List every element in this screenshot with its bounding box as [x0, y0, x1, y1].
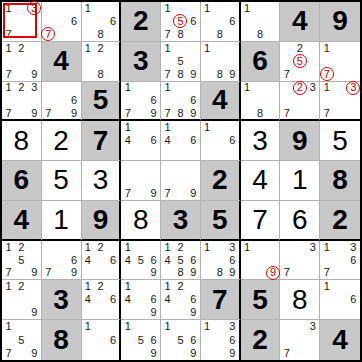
pencil-marks: 17 — [320, 42, 360, 81]
given-digit: 2 — [241, 320, 280, 360]
pencil-mark: 6 — [187, 15, 200, 28]
cell-r5c7[interactable]: 4 — [241, 161, 281, 201]
given-digit: 6 — [241, 42, 280, 81]
solved-digit: 8 — [121, 201, 160, 239]
solved-digit: 8 — [2, 121, 41, 160]
pencil-mark: 5 — [15, 254, 28, 267]
pencil-mark-circled: 9 — [267, 267, 280, 280]
solved-digit: 1 — [280, 161, 319, 200]
cell-r9c1[interactable]: 1579 — [2, 320, 42, 360]
pencil-mark: 5 — [174, 333, 187, 346]
pencil-mark-circled: 7 — [42, 28, 55, 41]
pencil-marks: 137 — [2, 2, 41, 41]
pencil-mark: 7 — [121, 107, 134, 120]
pencil-mark: 1 — [241, 241, 254, 254]
cell-r8c5[interactable]: 12469 — [161, 280, 201, 320]
pencil-mark: 5 — [15, 333, 28, 346]
pencil-mark: 7 — [320, 267, 333, 280]
pencil-mark: 8 — [94, 68, 107, 81]
solved-digit: 8 — [280, 280, 319, 319]
pencil-mark: 4 — [161, 134, 174, 147]
cell-r1c2[interactable]: 67 — [42, 2, 82, 42]
pencil-mark: 6 — [226, 134, 239, 147]
pencil-marks: 67 — [42, 2, 81, 41]
pencil-mark: 6 — [147, 134, 160, 147]
pencil-marks: 1679 — [121, 82, 160, 120]
cell-r3c5[interactable]: 16789 — [161, 82, 201, 122]
pencil-mark: 5 — [174, 254, 187, 267]
given-digit: 4 — [280, 2, 319, 41]
pencil-mark: 6 — [147, 293, 160, 306]
pencil-mark: 9 — [28, 347, 41, 360]
pencil-mark: 3 — [28, 82, 41, 95]
cell-r7c5[interactable]: 1245689 — [161, 241, 201, 281]
pencil-marks: 129 — [2, 280, 41, 319]
cell-r9c9[interactable]: 4 — [320, 320, 360, 360]
pencil-mark: 6 — [187, 134, 200, 147]
pencil-mark: 1 — [320, 82, 333, 95]
given-digit: 7 — [82, 121, 120, 160]
pencil-mark: 6 — [68, 94, 81, 107]
pencil-mark: 2 — [174, 241, 187, 254]
pencil-marks: 13689 — [201, 241, 239, 280]
pencil-mark: 5 — [174, 55, 187, 68]
cell-r8c8[interactable]: 8 — [280, 280, 320, 320]
pencil-mark: 1 — [161, 241, 174, 254]
pencil-mark: 1 — [2, 2, 15, 15]
pencil-mark: 2 — [94, 241, 107, 254]
given-digit: 4 — [42, 42, 81, 81]
pencil-mark: 8 — [213, 28, 226, 41]
pencil-marks: 1469 — [121, 280, 160, 319]
pencil-mark: 9 — [187, 267, 200, 280]
pencil-marks: 679 — [42, 241, 81, 280]
given-digit: 3 — [121, 42, 160, 81]
given-digit: 4 — [320, 320, 360, 360]
cell-r1c7[interactable]: 18 — [241, 2, 281, 42]
cell-r9c7[interactable]: 2 — [241, 320, 281, 360]
cell-r4c8[interactable]: 9 — [280, 121, 320, 161]
pencil-mark: 1 — [201, 241, 214, 254]
pencil-mark: 6 — [187, 254, 200, 267]
given-digit: 2 — [121, 2, 160, 41]
pencil-mark: 6 — [226, 15, 239, 28]
pencil-marks: 1569 — [161, 320, 200, 360]
pencil-marks: 1279 — [2, 42, 41, 81]
pencil-mark: 1 — [320, 42, 333, 55]
cell-r4c9[interactable]: 5 — [320, 121, 360, 161]
pencil-marks: 15789 — [161, 42, 200, 81]
pencil-mark: 1 — [320, 241, 333, 254]
cell-r3c3[interactable]: 5 — [82, 82, 122, 122]
cell-r1c9[interactable]: 9 — [320, 2, 360, 42]
pencil-mark: 8 — [174, 28, 187, 41]
pencil-marks: 237 — [280, 82, 319, 120]
pencil-mark: 6 — [347, 254, 360, 267]
cell-r2c8[interactable]: 257 — [280, 42, 320, 82]
pencil-mark: 7 — [280, 107, 293, 120]
pencil-mark: 1 — [82, 42, 95, 55]
given-digit: 5 — [241, 280, 280, 319]
cell-r9c5[interactable]: 1569 — [161, 320, 201, 360]
pencil-mark: 4 — [82, 254, 95, 267]
pencil-marks: 146 — [161, 121, 200, 160]
pencil-mark: 5 — [134, 254, 147, 267]
cell-r5c1[interactable]: 6 — [2, 161, 42, 201]
cell-r1c4[interactable]: 2 — [121, 2, 161, 42]
given-digit: 6 — [2, 161, 41, 200]
cell-r6c7[interactable]: 7 — [241, 201, 281, 241]
pencil-mark: 4 — [161, 293, 174, 306]
pencil-mark: 1 — [161, 82, 174, 95]
pencil-marks: 189 — [201, 42, 239, 81]
pencil-mark: 1 — [161, 42, 174, 55]
pencil-mark: 9 — [226, 267, 239, 280]
cell-r1c6[interactable]: 168 — [201, 2, 241, 42]
pencil-mark-circled: 7 — [320, 68, 333, 81]
pencil-mark: 6 — [226, 333, 239, 346]
cell-r6c9[interactable]: 2 — [320, 201, 360, 241]
pencil-mark: 6 — [107, 15, 120, 28]
pencil-mark: 2 — [15, 42, 28, 55]
cell-r5c6[interactable]: 2 — [201, 161, 241, 201]
cell-r3c8[interactable]: 237 — [280, 82, 320, 122]
pencil-mark: 3 — [347, 241, 360, 254]
pencil-mark: 9 — [187, 187, 200, 200]
pencil-mark: 2 — [15, 82, 28, 95]
pencil-marks: 168 — [201, 2, 239, 41]
pencil-mark: 4 — [161, 254, 174, 267]
pencil-mark: 1 — [82, 320, 95, 333]
cell-r3c2[interactable]: 679 — [42, 82, 82, 122]
cell-r1c5[interactable]: 15678 — [161, 2, 201, 42]
pencil-marks: 137 — [320, 82, 360, 120]
pencil-mark: 6 — [187, 293, 200, 306]
given-digit: 9 — [82, 201, 120, 239]
cell-r8c9[interactable]: 16 — [320, 280, 360, 320]
pencil-mark: 1 — [201, 2, 214, 15]
pencil-mark: 1 — [82, 2, 95, 15]
pencil-mark: 1 — [201, 320, 214, 333]
cell-r7c9[interactable]: 1367 — [320, 241, 360, 281]
cell-r7c7[interactable]: 19 — [241, 241, 281, 281]
cell-r9c4[interactable]: 1569 — [121, 320, 161, 360]
pencil-mark: 6 — [187, 333, 200, 346]
cell-r7c8[interactable]: 37 — [280, 241, 320, 281]
pencil-mark: 8 — [94, 28, 107, 41]
cell-r7c3[interactable]: 1246 — [82, 241, 122, 281]
pencil-mark: 7 — [161, 28, 174, 41]
pencil-mark: 6 — [107, 254, 120, 267]
pencil-mark: 7 — [320, 107, 333, 120]
pencil-marks: 15678 — [161, 2, 200, 41]
pencil-mark: 2 — [15, 280, 28, 293]
pencil-mark: 8 — [174, 107, 187, 120]
cell-r7c6[interactable]: 13689 — [201, 241, 241, 281]
cell-r8c1[interactable]: 129 — [2, 280, 42, 320]
pencil-marks: 12379 — [2, 82, 41, 120]
cell-r2c4[interactable]: 3 — [121, 42, 161, 82]
given-digit: 3 — [161, 201, 200, 239]
pencil-mark: 6 — [68, 254, 81, 267]
pencil-mark: 7 — [42, 107, 55, 120]
cell-r4c2[interactable]: 2 — [42, 121, 82, 161]
cell-r8c2[interactable]: 3 — [42, 280, 82, 320]
cell-r9c2[interactable]: 8 — [42, 320, 82, 360]
pencil-mark: 4 — [82, 293, 95, 306]
cell-r6c5[interactable]: 3 — [161, 201, 201, 241]
cell-r7c1[interactable]: 12579 — [2, 241, 42, 281]
given-digit: 5 — [82, 82, 120, 120]
cell-r2c5[interactable]: 15789 — [161, 42, 201, 82]
pencil-mark: 7 — [161, 68, 174, 81]
cell-r3c9[interactable]: 137 — [320, 82, 360, 122]
cell-r9c6[interactable]: 1369 — [201, 320, 241, 360]
cell-r4c4[interactable]: 146 — [121, 121, 161, 161]
pencil-marks: 37 — [280, 241, 319, 280]
cell-r5c2[interactable]: 5 — [42, 161, 82, 201]
pencil-mark: 9 — [68, 267, 81, 280]
cell-r7c2[interactable]: 679 — [42, 241, 82, 281]
pencil-marks: 16 — [82, 320, 120, 360]
pencil-marks: 79 — [121, 161, 160, 200]
cell-r3c1[interactable]: 12379 — [2, 82, 42, 122]
pencil-mark: 7 — [280, 68, 293, 81]
pencil-mark: 6 — [187, 94, 200, 107]
cell-r4c3[interactable]: 7 — [82, 121, 122, 161]
solved-digit: 2 — [42, 121, 81, 160]
pencil-mark: 7 — [161, 187, 174, 200]
pencil-mark: 1 — [121, 121, 134, 134]
cell-r4c7[interactable]: 3 — [241, 121, 281, 161]
given-digit: 4 — [201, 82, 239, 120]
pencil-mark: 9 — [28, 267, 41, 280]
pencil-marks: 79 — [161, 161, 200, 200]
pencil-mark: 1 — [201, 121, 214, 134]
cell-r8c6[interactable]: 7 — [201, 280, 241, 320]
pencil-mark: 1 — [241, 2, 254, 15]
pencil-mark: 8 — [174, 68, 187, 81]
pencil-mark: 9 — [187, 347, 200, 360]
cell-r8c4[interactable]: 1469 — [121, 280, 161, 320]
pencil-mark: 8 — [174, 267, 187, 280]
pencil-marks: 1369 — [201, 320, 239, 360]
pencil-mark: 6 — [347, 293, 360, 306]
pencil-mark: 1 — [201, 42, 214, 55]
cell-r8c3[interactable]: 1246 — [82, 280, 122, 320]
pencil-mark: 1 — [161, 121, 174, 134]
pencil-mark: 1 — [2, 280, 15, 293]
cell-r6c6[interactable]: 5 — [201, 201, 241, 241]
cell-r6c2[interactable]: 1 — [42, 201, 82, 241]
pencil-mark: 7 — [280, 347, 293, 360]
pencil-mark: 1 — [121, 82, 134, 95]
pencil-mark: 9 — [187, 306, 200, 319]
pencil-mark: 2 — [94, 42, 107, 55]
pencil-mark: 8 — [254, 28, 267, 41]
given-digit: 2 — [201, 161, 239, 200]
pencil-mark: 8 — [254, 107, 267, 120]
pencil-mark: 7 — [2, 68, 15, 81]
pencil-marks: 679 — [42, 82, 81, 120]
cell-r9c8[interactable]: 37 — [280, 320, 320, 360]
cell-r1c3[interactable]: 168 — [82, 2, 122, 42]
pencil-marks: 12579 — [2, 241, 41, 280]
cell-r3c7[interactable]: 18 — [241, 82, 281, 122]
pencil-mark: 2 — [15, 241, 28, 254]
pencil-marks: 1367 — [320, 241, 360, 280]
given-digit: 7 — [201, 280, 239, 319]
cell-r2c6[interactable]: 189 — [201, 42, 241, 82]
pencil-mark: 9 — [147, 306, 160, 319]
pencil-mark: 9 — [147, 347, 160, 360]
pencil-mark-circled: 5 — [293, 55, 306, 68]
cell-r5c4[interactable]: 79 — [121, 161, 161, 201]
pencil-mark: 7 — [2, 28, 15, 41]
pencil-mark: 1 — [121, 241, 134, 254]
cell-r2c1[interactable]: 1279 — [2, 42, 42, 82]
pencil-marks: 19 — [241, 241, 280, 280]
pencil-mark: 6 — [107, 333, 120, 346]
given-digit: 8 — [42, 320, 81, 360]
solved-digit: 6 — [280, 201, 319, 239]
cell-r2c9[interactable]: 17 — [320, 42, 360, 82]
pencil-mark-circled: 2 — [293, 82, 306, 95]
pencil-mark: 1 — [161, 320, 174, 333]
pencil-marks: 1246 — [82, 241, 120, 280]
cell-r5c5[interactable]: 79 — [161, 161, 201, 201]
pencil-mark: 3 — [306, 320, 319, 333]
given-digit: 5 — [201, 201, 239, 239]
pencil-marks: 16789 — [161, 82, 200, 120]
cell-r6c1[interactable]: 4 — [2, 201, 42, 241]
pencil-mark: 4 — [121, 254, 134, 267]
cell-r2c2[interactable]: 4 — [42, 42, 82, 82]
cell-r5c8[interactable]: 1 — [280, 161, 320, 201]
cell-r9c3[interactable]: 16 — [82, 320, 122, 360]
solved-digit: 3 — [82, 161, 120, 200]
pencil-mark: 6 — [147, 254, 160, 267]
pencil-mark: 3 — [226, 320, 239, 333]
pencil-mark: 6 — [107, 293, 120, 306]
cell-r4c1[interactable]: 8 — [2, 121, 42, 161]
pencil-mark: 9 — [147, 187, 160, 200]
cell-r5c3[interactable]: 3 — [82, 161, 122, 201]
pencil-mark-circled: 5 — [174, 15, 187, 28]
cell-r6c3[interactable]: 9 — [82, 201, 122, 241]
pencil-mark: 8 — [213, 68, 226, 81]
pencil-mark: 9 — [187, 68, 200, 81]
pencil-mark: 6 — [147, 333, 160, 346]
given-digit: 9 — [320, 2, 360, 41]
pencil-marks: 146 — [121, 121, 160, 160]
pencil-mark: 1 — [2, 320, 15, 333]
cell-r8c7[interactable]: 5 — [241, 280, 281, 320]
cell-r4c6[interactable]: 16 — [201, 121, 241, 161]
pencil-mark: 3 — [306, 82, 319, 95]
pencil-mark: 9 — [28, 306, 41, 319]
pencil-marks: 257 — [280, 42, 319, 81]
pencil-mark: 1 — [241, 82, 254, 95]
pencil-marks: 1579 — [2, 320, 41, 360]
cell-r3c4[interactable]: 1679 — [121, 82, 161, 122]
pencil-mark: 2 — [174, 280, 187, 293]
pencil-mark: 7 — [2, 267, 15, 280]
solved-digit: 4 — [241, 161, 280, 200]
solved-digit: 5 — [320, 121, 360, 160]
cell-r7c4[interactable]: 14569 — [121, 241, 161, 281]
pencil-mark: 7 — [2, 107, 15, 120]
pencil-marks: 1569 — [121, 320, 160, 360]
pencil-mark: 7 — [2, 347, 15, 360]
pencil-mark: 1 — [161, 2, 174, 15]
pencil-mark: 6 — [226, 254, 239, 267]
cell-r6c4[interactable]: 8 — [121, 201, 161, 241]
pencil-marks: 168 — [82, 2, 120, 41]
pencil-marks: 18 — [241, 82, 280, 120]
pencil-marks: 14569 — [121, 241, 160, 280]
pencil-mark: 1 — [121, 280, 134, 293]
solved-digit: 7 — [241, 201, 280, 239]
pencil-mark-circled: 3 — [347, 82, 360, 95]
pencil-mark: 1 — [2, 42, 15, 55]
cell-r1c1[interactable]: 137 — [2, 2, 42, 42]
pencil-mark: 3 — [226, 241, 239, 254]
pencil-mark: 7 — [161, 107, 174, 120]
solved-digit: 3 — [241, 121, 280, 160]
cell-r3c6[interactable]: 4 — [201, 82, 241, 122]
pencil-marks: 1246 — [82, 280, 120, 319]
cell-r2c7[interactable]: 6 — [241, 42, 281, 82]
given-digit: 2 — [320, 201, 360, 239]
pencil-marks: 12469 — [161, 280, 200, 319]
solved-digit: 1 — [42, 201, 81, 239]
cell-r4c5[interactable]: 146 — [161, 121, 201, 161]
pencil-mark: 9 — [147, 107, 160, 120]
given-digit: 8 — [320, 161, 360, 200]
pencil-mark: 7 — [42, 267, 55, 280]
given-digit: 3 — [42, 280, 81, 319]
pencil-mark: 6 — [68, 15, 81, 28]
pencil-mark: 4 — [121, 134, 134, 147]
pencil-mark: 5 — [134, 333, 147, 346]
pencil-marks: 37 — [280, 320, 319, 360]
pencil-mark: 8 — [213, 267, 226, 280]
pencil-mark: 1 — [2, 82, 15, 95]
pencil-mark: 1 — [82, 280, 95, 293]
pencil-mark: 1 — [121, 320, 134, 333]
given-digit: 4 — [2, 201, 41, 239]
pencil-mark: 1 — [2, 241, 15, 254]
cell-r2c3[interactable]: 128 — [82, 42, 122, 82]
cell-r5c9[interactable]: 8 — [320, 161, 360, 201]
pencil-mark-circled: 3 — [28, 2, 41, 15]
pencil-mark: 9 — [226, 68, 239, 81]
pencil-marks: 16 — [201, 121, 239, 160]
pencil-marks: 128 — [82, 42, 120, 81]
cell-r6c8[interactable]: 6 — [280, 201, 320, 241]
pencil-mark: 6 — [147, 94, 160, 107]
pencil-mark: 9 — [28, 68, 41, 81]
solved-digit: 5 — [42, 161, 81, 200]
pencil-marks: 18 — [241, 2, 280, 41]
pencil-mark: 9 — [226, 347, 239, 360]
pencil-mark: 9 — [68, 107, 81, 120]
pencil-mark: 9 — [28, 107, 41, 120]
cell-r1c8[interactable]: 4 — [280, 2, 320, 42]
pencil-mark: 1 — [161, 280, 174, 293]
pencil-marks: 16 — [320, 280, 360, 319]
